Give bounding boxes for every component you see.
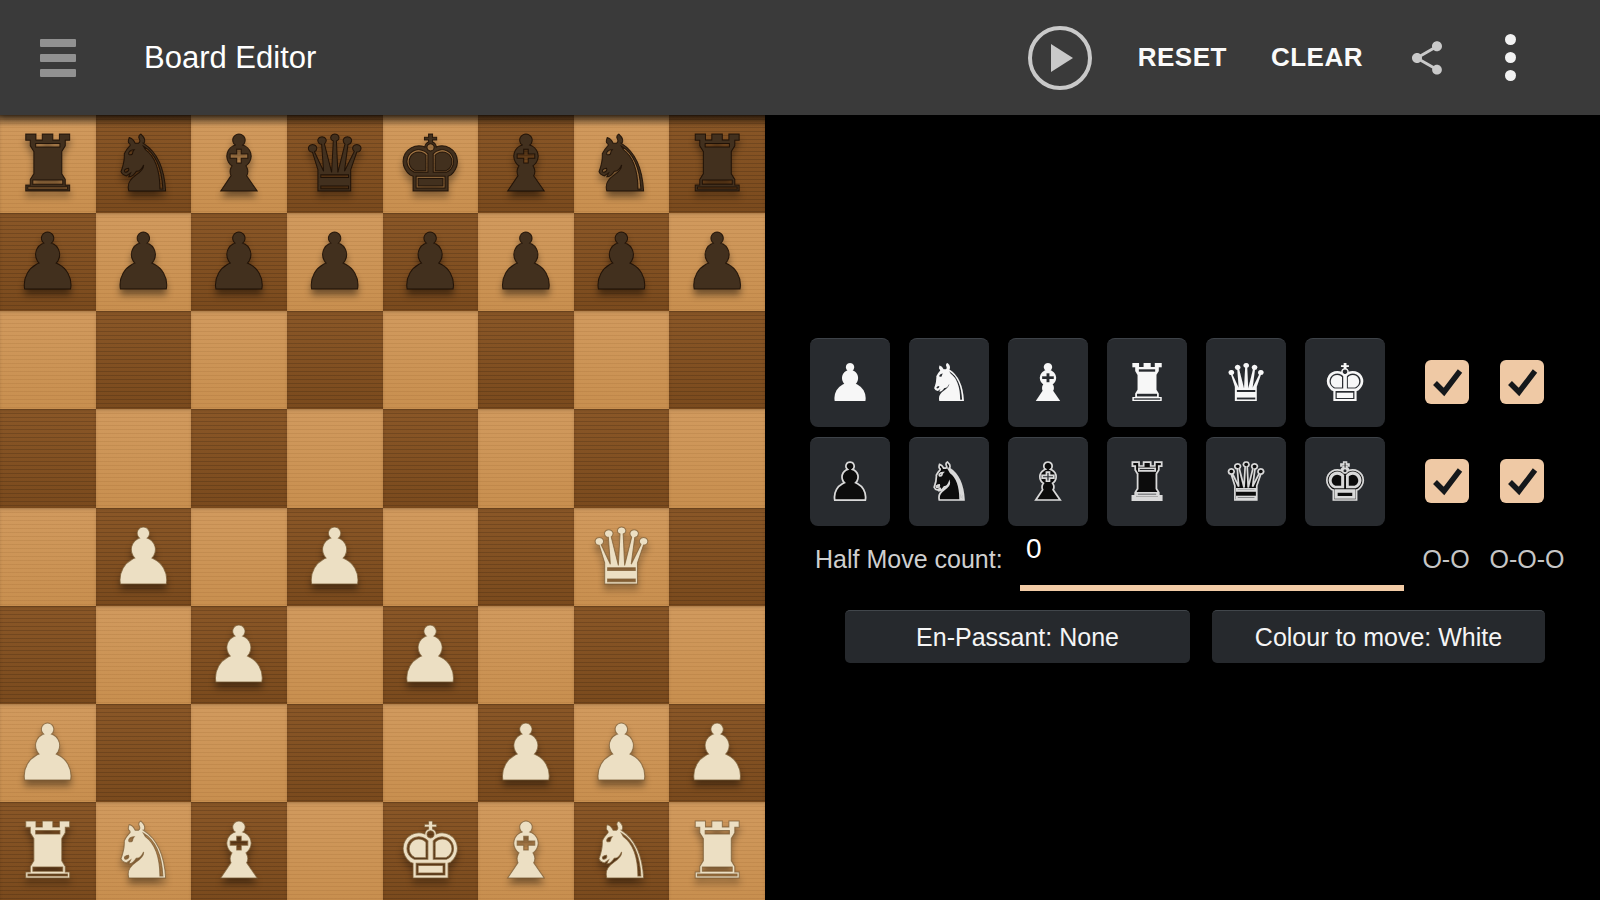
black-knight-icon: ♞	[926, 456, 973, 508]
white-pawn-icon: ♟	[827, 357, 874, 409]
square-g5[interactable]	[574, 409, 670, 507]
piece-white-king: ♚	[383, 802, 479, 900]
black-bishop-icon: ♝	[1025, 456, 1072, 508]
square-g7[interactable]: ♟	[574, 213, 670, 311]
piece-black-pawn: ♟	[669, 213, 765, 311]
palette-black-bishop[interactable]: ♝	[1008, 437, 1088, 526]
square-e2[interactable]	[383, 704, 479, 802]
square-f5[interactable]	[478, 409, 574, 507]
square-e5[interactable]	[383, 409, 479, 507]
palette-white-rook[interactable]: ♜	[1107, 338, 1187, 427]
square-f3[interactable]	[478, 606, 574, 704]
palette-black-pawn[interactable]: ♟	[810, 437, 890, 526]
square-h2[interactable]: ♟	[669, 704, 765, 802]
square-b5[interactable]	[96, 409, 192, 507]
share-button[interactable]	[1407, 37, 1447, 79]
piece-black-pawn: ♟	[287, 213, 383, 311]
square-h7[interactable]: ♟	[669, 213, 765, 311]
square-h3[interactable]	[669, 606, 765, 704]
square-b4[interactable]: ♟	[96, 508, 192, 606]
castle-short-label: O-O	[1415, 545, 1477, 574]
square-f2[interactable]: ♟	[478, 704, 574, 802]
square-f8[interactable]: ♝	[478, 115, 574, 213]
square-b7[interactable]: ♟	[96, 213, 192, 311]
square-g4[interactable]: ♛	[574, 508, 670, 606]
square-d2[interactable]	[287, 704, 383, 802]
reset-button[interactable]: RESET	[1138, 42, 1227, 73]
square-a5[interactable]	[0, 409, 96, 507]
square-h6[interactable]	[669, 311, 765, 409]
piece-black-pawn: ♟	[96, 213, 192, 311]
clear-button[interactable]: CLEAR	[1271, 42, 1363, 73]
piece-white-pawn: ♟	[669, 704, 765, 802]
checkmark-icon	[1500, 459, 1544, 503]
white-king-icon: ♚	[1322, 357, 1369, 409]
piece-white-knight: ♞	[574, 802, 670, 900]
white-queen-icon: ♛	[1223, 357, 1270, 409]
piece-white-pawn: ♟	[478, 704, 574, 802]
piece-white-bishop: ♝	[478, 802, 574, 900]
square-g1[interactable]: ♞	[574, 802, 670, 900]
palette-black-rook[interactable]: ♜	[1107, 437, 1187, 526]
piece-white-pawn: ♟	[574, 704, 670, 802]
hamburger-menu-icon[interactable]	[40, 39, 80, 77]
palette-black-queen[interactable]: ♛	[1206, 437, 1286, 526]
piece-black-knight: ♞	[96, 115, 192, 213]
checkmark-icon	[1425, 459, 1469, 503]
play-button[interactable]	[1028, 26, 1092, 90]
square-e1[interactable]: ♚	[383, 802, 479, 900]
piece-black-pawn: ♟	[383, 213, 479, 311]
square-a3[interactable]	[0, 606, 96, 704]
square-a2[interactable]: ♟	[0, 704, 96, 802]
piece-black-bishop: ♝	[478, 115, 574, 213]
palette-white-pawn[interactable]: ♟	[810, 338, 890, 427]
square-h5[interactable]	[669, 409, 765, 507]
piece-black-king: ♚	[383, 115, 479, 213]
piece-white-rook: ♜	[669, 802, 765, 900]
piece-black-rook: ♜	[669, 115, 765, 213]
en-passant-button[interactable]: En-Passant: None	[845, 610, 1190, 663]
square-e7[interactable]: ♟	[383, 213, 479, 311]
checkmark-icon	[1500, 360, 1544, 404]
square-c3[interactable]: ♟	[191, 606, 287, 704]
square-a8[interactable]: ♜	[0, 115, 96, 213]
square-e3[interactable]: ♟	[383, 606, 479, 704]
palette-white-row: ♟♞♝♜♛♚	[810, 338, 1385, 427]
square-e8[interactable]: ♚	[383, 115, 479, 213]
black-king-icon: ♚	[1322, 456, 1369, 508]
black-pawn-icon: ♟	[827, 456, 874, 508]
piece-white-rook: ♜	[0, 802, 96, 900]
piece-white-pawn: ♟	[0, 704, 96, 802]
black-queen-icon: ♛	[1223, 456, 1270, 508]
square-b3[interactable]	[96, 606, 192, 704]
square-d6[interactable]	[287, 311, 383, 409]
piece-white-bishop: ♝	[191, 802, 287, 900]
square-a7[interactable]: ♟	[0, 213, 96, 311]
piece-white-knight: ♞	[96, 802, 192, 900]
piece-black-pawn: ♟	[191, 213, 287, 311]
square-c2[interactable]	[191, 704, 287, 802]
square-d5[interactable]	[287, 409, 383, 507]
board-editor-app: Board Editor RESET CLEAR ♜♞♝♛♚♝♞♜♟♟♟♟♟♟♟…	[0, 0, 1600, 900]
square-b1[interactable]: ♞	[96, 802, 192, 900]
square-f4[interactable]	[478, 508, 574, 606]
square-c8[interactable]: ♝	[191, 115, 287, 213]
square-c1[interactable]: ♝	[191, 802, 287, 900]
square-f1[interactable]: ♝	[478, 802, 574, 900]
piece-white-pawn: ♟	[383, 606, 479, 704]
piece-white-pawn: ♟	[191, 606, 287, 704]
play-icon	[1051, 44, 1073, 72]
palette-black-knight[interactable]: ♞	[909, 437, 989, 526]
square-c4[interactable]	[191, 508, 287, 606]
castling-white-short-checkbox[interactable]	[1425, 360, 1469, 404]
chess-board: ♜♞♝♛♚♝♞♜♟♟♟♟♟♟♟♟♟♟♛♟♟♟♟♟♟♜♞♝♚♝♞♜	[0, 115, 765, 900]
editor-panel: ♟♞♝♜♛♚ ♟♞♝♜♛♚ Half Move count: O-O O-O-O	[765, 115, 1600, 900]
square-d8[interactable]: ♛	[287, 115, 383, 213]
square-g6[interactable]	[574, 311, 670, 409]
black-rook-icon: ♜	[1124, 456, 1171, 508]
piece-black-bishop: ♝	[191, 115, 287, 213]
half-move-input[interactable]	[1020, 533, 1404, 591]
square-a4[interactable]	[0, 508, 96, 606]
palette-white-queen[interactable]: ♛	[1206, 338, 1286, 427]
square-g3[interactable]	[574, 606, 670, 704]
piece-black-queen: ♛	[287, 115, 383, 213]
square-g2[interactable]: ♟	[574, 704, 670, 802]
square-b6[interactable]	[96, 311, 192, 409]
castling-white-long-checkbox[interactable]	[1500, 360, 1544, 404]
square-d3[interactable]	[287, 606, 383, 704]
square-h8[interactable]: ♜	[669, 115, 765, 213]
castle-long-label: O-O-O	[1481, 545, 1573, 574]
checkmark-icon	[1425, 360, 1469, 404]
square-e6[interactable]	[383, 311, 479, 409]
share-icon	[1407, 37, 1447, 79]
square-c6[interactable]	[191, 311, 287, 409]
white-rook-icon: ♜	[1124, 357, 1171, 409]
square-h4[interactable]	[669, 508, 765, 606]
square-a1[interactable]: ♜	[0, 802, 96, 900]
piece-black-rook: ♜	[0, 115, 96, 213]
toolbar-actions: RESET CLEAR	[1028, 26, 1600, 90]
castling-black-short-checkbox[interactable]	[1425, 459, 1469, 503]
square-b2[interactable]	[96, 704, 192, 802]
piece-black-knight: ♞	[574, 115, 670, 213]
square-f6[interactable]	[478, 311, 574, 409]
square-d1[interactable]	[287, 802, 383, 900]
piece-black-pawn: ♟	[478, 213, 574, 311]
piece-white-queen: ♛	[574, 508, 670, 606]
square-c5[interactable]	[191, 409, 287, 507]
page-title: Board Editor	[144, 40, 316, 76]
square-g8[interactable]: ♞	[574, 115, 670, 213]
half-move-label: Half Move count:	[815, 545, 1003, 574]
palette-black-king[interactable]: ♚	[1305, 437, 1385, 526]
piece-black-pawn: ♟	[0, 213, 96, 311]
square-h1[interactable]: ♜	[669, 802, 765, 900]
square-f7[interactable]: ♟	[478, 213, 574, 311]
square-b8[interactable]: ♞	[96, 115, 192, 213]
palette-white-bishop[interactable]: ♝	[1008, 338, 1088, 427]
colour-to-move-button[interactable]: Colour to move: White	[1212, 610, 1545, 663]
palette-black-row: ♟♞♝♜♛♚	[810, 437, 1385, 526]
square-d4[interactable]: ♟	[287, 508, 383, 606]
toolbar: Board Editor RESET CLEAR	[0, 0, 1600, 115]
piece-white-pawn: ♟	[96, 508, 192, 606]
square-d7[interactable]: ♟	[287, 213, 383, 311]
square-c7[interactable]: ♟	[191, 213, 287, 311]
palette-white-knight[interactable]: ♞	[909, 338, 989, 427]
square-e4[interactable]	[383, 508, 479, 606]
white-bishop-icon: ♝	[1025, 357, 1072, 409]
white-knight-icon: ♞	[926, 357, 973, 409]
piece-black-pawn: ♟	[574, 213, 670, 311]
overflow-menu-icon[interactable]	[1505, 34, 1516, 81]
palette-white-king[interactable]: ♚	[1305, 338, 1385, 427]
square-a6[interactable]	[0, 311, 96, 409]
castling-black-long-checkbox[interactable]	[1500, 459, 1544, 503]
piece-white-pawn: ♟	[287, 508, 383, 606]
